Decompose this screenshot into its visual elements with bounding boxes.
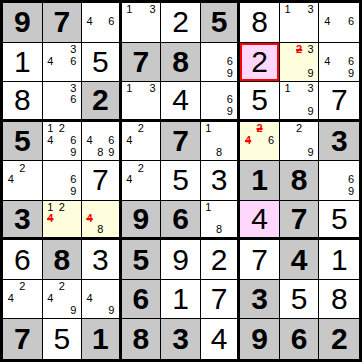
empty-candidate-slot (135, 146, 147, 158)
given-digit: 7 (172, 126, 189, 156)
candidate-digit: 4 (321, 16, 333, 28)
solved-digit: 5 (331, 204, 348, 234)
cell-r8c9[interactable]: 8 (319, 280, 359, 320)
cell-r8c7[interactable]: 3 (240, 280, 280, 320)
candidate-grid: 69 (321, 162, 357, 198)
candidate-grid: 246 (242, 123, 277, 159)
cell-r3c7[interactable]: 5 (240, 82, 280, 122)
cell-r8c4[interactable]: 6 (122, 280, 162, 320)
cell-r9c7[interactable]: 9 (240, 319, 280, 359)
cell-r4c8[interactable]: 29 (280, 122, 320, 162)
candidate-grid: 46 (321, 4, 357, 40)
empty-candidate-slot (106, 281, 117, 293)
cell-r9c2[interactable]: 5 (43, 319, 83, 359)
candidate-digit: 2 (17, 162, 29, 174)
cell-r2c7[interactable]: 2 (240, 43, 280, 83)
struck-candidate-digit: 4 (45, 213, 57, 224)
given-digit: 8 (291, 165, 308, 195)
cell-r8c6[interactable]: 7 (201, 280, 241, 320)
empty-candidate-slot (106, 202, 117, 213)
cell-r1c3[interactable]: 46 (82, 3, 122, 43)
empty-candidate-slot (254, 146, 266, 158)
solved-digit: 1 (14, 47, 31, 77)
cell-r8c3[interactable]: 49 (82, 280, 122, 320)
empty-candidate-slot (242, 146, 254, 158)
candidate-grid: 46 (84, 4, 117, 40)
empty-candidate-slot (224, 146, 235, 158)
empty-candidate-slot (333, 16, 345, 28)
cell-r7c5[interactable]: 9 (161, 240, 201, 280)
candidate-digit: 1 (282, 83, 294, 94)
cell-r4c2[interactable]: 12469 (43, 122, 83, 162)
empty-candidate-slot (224, 224, 235, 235)
empty-candidate-slot (147, 123, 159, 135)
solved-digit: 5 (291, 284, 308, 314)
cell-r6c3[interactable]: 48 (82, 201, 122, 241)
cell-r4c4[interactable]: 24 (122, 122, 162, 162)
cell-r9c3[interactable]: 1 (82, 319, 122, 359)
empty-candidate-slot (333, 4, 345, 16)
empty-candidate-slot (321, 28, 333, 40)
candidate-grid: 239 (282, 44, 317, 80)
empty-candidate-slot (5, 162, 17, 174)
empty-candidate-slot (293, 16, 305, 28)
given-digit: 3 (331, 126, 348, 156)
empty-candidate-slot (106, 213, 117, 224)
candidate-grid: 13 (282, 4, 317, 40)
empty-candidate-slot (68, 123, 80, 135)
cell-r6c5[interactable]: 6 (161, 201, 201, 241)
empty-candidate-slot (321, 174, 333, 186)
cell-r1c6[interactable]: 5 (201, 3, 241, 43)
cell-r7c7[interactable]: 7 (240, 240, 280, 280)
empty-candidate-slot (124, 162, 136, 174)
candidate-digit: 2 (17, 281, 29, 293)
cell-r8c1[interactable]: 24 (3, 280, 43, 320)
empty-candidate-slot (45, 146, 57, 158)
cell-r7c3[interactable]: 3 (82, 240, 122, 280)
empty-candidate-slot (45, 186, 57, 198)
empty-candidate-slot (203, 94, 214, 105)
empty-candidate-slot (45, 67, 57, 79)
solved-digit: 4 (251, 204, 268, 234)
cell-r4c6[interactable]: 18 (201, 122, 241, 162)
cell-r1c7[interactable]: 8 (240, 3, 280, 43)
empty-candidate-slot (84, 146, 95, 158)
empty-candidate-slot (265, 123, 277, 135)
cell-r3c8[interactable]: 139 (280, 82, 320, 122)
cell-r3c4[interactable]: 13 (122, 82, 162, 122)
solved-digit: 1 (172, 284, 189, 314)
empty-candidate-slot (293, 28, 305, 40)
empty-candidate-slot (135, 174, 147, 186)
given-digit: 3 (251, 284, 268, 314)
candidate-digit: 4 (45, 135, 57, 147)
candidate-digit: 6 (68, 55, 80, 67)
given-digit: 7 (14, 324, 31, 354)
empty-candidate-slot (106, 4, 117, 16)
struck-candidate-digit: 4 (242, 135, 254, 147)
empty-candidate-slot (203, 83, 214, 94)
candidate-grid: 13 (124, 4, 159, 40)
cell-r9c1[interactable]: 7 (3, 319, 43, 359)
cell-r4c5[interactable]: 7 (161, 122, 201, 162)
cell-r8c8[interactable]: 5 (280, 280, 320, 320)
empty-candidate-slot (68, 213, 80, 224)
given-digit: 4 (291, 245, 308, 275)
candidate-digit: 3 (305, 44, 317, 56)
empty-candidate-slot (17, 186, 29, 198)
candidate-digit: 8 (95, 146, 106, 158)
empty-candidate-slot (333, 186, 345, 198)
candidate-digit: 8 (214, 146, 225, 158)
cell-r5c5[interactable]: 5 (161, 161, 201, 201)
given-digit: 1 (251, 165, 268, 195)
empty-candidate-slot (147, 186, 159, 198)
empty-candidate-slot (95, 28, 106, 40)
empty-candidate-slot (17, 174, 29, 186)
cell-r6c1[interactable]: 3 (3, 201, 43, 241)
empty-candidate-slot (224, 44, 235, 56)
given-digit: 6 (172, 204, 189, 234)
cell-r4c1[interactable]: 5 (3, 122, 43, 162)
empty-candidate-slot (214, 55, 225, 67)
cell-r6c9[interactable]: 5 (319, 201, 359, 241)
empty-candidate-slot (135, 105, 147, 116)
empty-candidate-slot (254, 135, 266, 147)
empty-candidate-slot (17, 305, 29, 317)
candidate-digit: 2 (56, 123, 68, 135)
candidate-digit: 1 (124, 4, 136, 16)
empty-candidate-slot (147, 135, 159, 147)
empty-candidate-slot (68, 224, 80, 235)
candidate-digit: 4 (124, 174, 136, 186)
cell-r5c2[interactable]: 69 (43, 161, 83, 201)
given-digit: 7 (291, 204, 308, 234)
empty-candidate-slot (84, 28, 95, 40)
candidate-digit: 4 (124, 135, 136, 147)
empty-candidate-slot (224, 213, 235, 224)
empty-candidate-slot (293, 55, 305, 67)
candidate-digit: 3 (305, 83, 317, 94)
given-digit: 6 (291, 324, 308, 354)
empty-candidate-slot (56, 224, 68, 235)
cell-r2c6[interactable]: 69 (201, 43, 241, 83)
cell-r5c9[interactable]: 69 (319, 161, 359, 201)
empty-candidate-slot (293, 146, 305, 158)
cell-r7c9[interactable]: 1 (319, 240, 359, 280)
cell-r3c2[interactable]: 36 (43, 82, 83, 122)
empty-candidate-slot (321, 44, 333, 56)
candidate-digit: 1 (203, 202, 214, 213)
empty-candidate-slot (124, 16, 136, 28)
empty-candidate-slot (28, 305, 40, 317)
cell-r5c1[interactable]: 24 (3, 161, 43, 201)
candidate-digit: 2 (135, 162, 147, 174)
empty-candidate-slot (147, 105, 159, 116)
candidate-digit: 4 (45, 55, 57, 67)
empty-candidate-slot (203, 55, 214, 67)
candidate-digit: 1 (124, 83, 136, 94)
empty-candidate-slot (95, 123, 106, 135)
empty-candidate-slot (28, 281, 40, 293)
candidate-digit: 9 (305, 67, 317, 79)
empty-candidate-slot (282, 55, 294, 67)
cell-r8c2[interactable]: 249 (43, 280, 83, 320)
candidate-digit: 3 (68, 44, 80, 56)
cell-r2c9[interactable]: 469 (319, 43, 359, 83)
cell-r6c6[interactable]: 18 (201, 201, 241, 241)
cell-r6c4[interactable]: 9 (122, 201, 162, 241)
empty-candidate-slot (135, 135, 147, 147)
empty-candidate-slot (124, 28, 136, 40)
empty-candidate-slot (56, 55, 68, 67)
empty-candidate-slot (95, 293, 106, 305)
empty-candidate-slot (56, 293, 68, 305)
empty-candidate-slot (84, 305, 95, 317)
cell-r9c8[interactable]: 6 (280, 319, 320, 359)
empty-candidate-slot (293, 135, 305, 147)
solved-digit: 5 (172, 165, 189, 195)
candidate-grid: 4689 (84, 123, 117, 159)
empty-candidate-slot (68, 67, 80, 79)
empty-candidate-slot (135, 4, 147, 16)
cell-r1c4[interactable]: 13 (122, 3, 162, 43)
empty-candidate-slot (147, 28, 159, 40)
empty-candidate-slot (124, 146, 136, 158)
candidate-digit: 1 (45, 123, 57, 135)
given-digit: 3 (172, 324, 189, 354)
given-digit: 7 (53, 7, 70, 37)
empty-candidate-slot (56, 94, 68, 105)
cell-r7c4[interactable]: 5 (122, 240, 162, 280)
candidate-digit: 9 (106, 146, 117, 158)
candidate-digit: 8 (95, 224, 106, 235)
cell-r4c3[interactable]: 4689 (82, 122, 122, 162)
empty-candidate-slot (95, 16, 106, 28)
cell-r4c9[interactable]: 3 (319, 122, 359, 162)
cell-r5c8[interactable]: 8 (280, 161, 320, 201)
candidate-digit: 6 (224, 55, 235, 67)
empty-candidate-slot (224, 202, 235, 213)
cell-r3c3[interactable]: 2 (82, 82, 122, 122)
cell-r2c5[interactable]: 8 (161, 43, 201, 83)
empty-candidate-slot (293, 105, 305, 116)
cell-r7c8[interactable]: 4 (280, 240, 320, 280)
empty-candidate-slot (147, 174, 159, 186)
candidate-grid: 69 (45, 162, 80, 198)
empty-candidate-slot (45, 224, 57, 235)
empty-candidate-slot (5, 305, 17, 317)
cell-r9c5[interactable]: 3 (161, 319, 201, 359)
cell-r1c5[interactable]: 2 (161, 3, 201, 43)
cell-r7c2[interactable]: 8 (43, 240, 83, 280)
cell-r2c3[interactable]: 5 (82, 43, 122, 83)
cell-r1c1[interactable]: 9 (3, 3, 43, 43)
empty-candidate-slot (68, 162, 80, 174)
candidate-digit: 9 (305, 105, 317, 116)
empty-candidate-slot (333, 55, 345, 67)
given-digit: 7 (133, 47, 150, 77)
cell-r1c2[interactable]: 7 (43, 3, 83, 43)
empty-candidate-slot (214, 94, 225, 105)
cell-r7c1[interactable]: 6 (3, 240, 43, 280)
empty-candidate-slot (45, 94, 57, 105)
empty-candidate-slot (203, 213, 214, 224)
empty-candidate-slot (282, 28, 294, 40)
empty-candidate-slot (265, 146, 277, 158)
cell-r9c4[interactable]: 8 (122, 319, 162, 359)
candidate-digit: 4 (5, 293, 17, 305)
cell-r5c6[interactable]: 3 (201, 161, 241, 201)
empty-candidate-slot (214, 44, 225, 56)
candidate-digit: 9 (224, 105, 235, 116)
cell-r2c8[interactable]: 239 (280, 43, 320, 83)
empty-candidate-slot (242, 123, 254, 135)
empty-candidate-slot (333, 44, 345, 56)
candidate-digit: 9 (106, 305, 117, 317)
given-digit: 5 (211, 7, 228, 37)
candidate-digit: 6 (106, 135, 117, 147)
solved-digit: 2 (172, 7, 189, 37)
cell-r9c9[interactable]: 2 (319, 319, 359, 359)
empty-candidate-slot (224, 123, 235, 135)
empty-candidate-slot (124, 105, 136, 116)
empty-candidate-slot (203, 44, 214, 56)
empty-candidate-slot (203, 135, 214, 147)
cell-r1c8[interactable]: 13 (280, 3, 320, 43)
empty-candidate-slot (56, 83, 68, 94)
cell-r6c7[interactable]: 4 (240, 201, 280, 241)
empty-candidate-slot (321, 67, 333, 79)
candidate-digit: 9 (68, 186, 80, 198)
candidate-digit: 3 (147, 4, 159, 16)
empty-candidate-slot (224, 135, 235, 147)
solved-digit: 5 (53, 324, 70, 354)
candidate-grid: 18 (203, 123, 236, 159)
candidate-digit: 6 (224, 94, 235, 105)
cell-r3c5[interactable]: 4 (161, 82, 201, 122)
empty-candidate-slot (147, 16, 159, 28)
solved-digit: 2 (211, 245, 228, 275)
solved-digit: 5 (251, 85, 268, 115)
empty-candidate-slot (45, 162, 57, 174)
empty-candidate-slot (106, 224, 117, 235)
cell-r5c3[interactable]: 7 (82, 161, 122, 201)
solved-digit: 4 (211, 324, 228, 354)
empty-candidate-slot (124, 123, 136, 135)
candidate-digit: 9 (345, 67, 357, 79)
cell-r6c2[interactable]: 124 (43, 201, 83, 241)
candidate-grid: 18 (203, 202, 236, 236)
empty-candidate-slot (333, 67, 345, 79)
solved-digit: 3 (211, 165, 228, 195)
candidate-grid: 139 (282, 83, 317, 117)
candidate-digit: 9 (224, 67, 235, 79)
cell-r2c1[interactable]: 1 (3, 43, 43, 83)
empty-candidate-slot (305, 55, 317, 67)
empty-candidate-slot (214, 135, 225, 147)
empty-candidate-slot (135, 186, 147, 198)
candidate-digit: 6 (106, 16, 117, 28)
empty-candidate-slot (5, 281, 17, 293)
cell-r4c7[interactable]: 246 (240, 122, 280, 162)
candidate-grid: 69 (203, 44, 236, 80)
cell-r5c4[interactable]: 24 (122, 161, 162, 201)
candidate-digit: 8 (214, 224, 225, 235)
struck-candidate-digit: 2 (254, 123, 266, 135)
empty-candidate-slot (45, 305, 57, 317)
cell-r2c2[interactable]: 346 (43, 43, 83, 83)
empty-candidate-slot (203, 146, 214, 158)
empty-candidate-slot (282, 123, 294, 135)
empty-candidate-slot (282, 135, 294, 147)
cell-r3c1[interactable]: 8 (3, 82, 43, 122)
cell-r8c5[interactable]: 1 (161, 280, 201, 320)
empty-candidate-slot (214, 202, 225, 213)
cell-r3c9[interactable]: 7 (319, 82, 359, 122)
empty-candidate-slot (282, 146, 294, 158)
given-digit: 1 (92, 324, 109, 354)
empty-candidate-slot (45, 281, 57, 293)
given-digit: 2 (92, 85, 109, 115)
candidate-digit: 6 (345, 16, 357, 28)
candidate-grid: 469 (321, 44, 357, 80)
given-digit: 3 (14, 204, 31, 234)
candidate-digit: 6 (345, 55, 357, 67)
empty-candidate-slot (124, 186, 136, 198)
candidate-digit: 6 (345, 174, 357, 186)
candidate-digit: 4 (5, 174, 17, 186)
cell-r6c8[interactable]: 7 (280, 201, 320, 241)
empty-candidate-slot (214, 67, 225, 79)
candidate-grid: 69 (203, 83, 236, 117)
empty-candidate-slot (214, 123, 225, 135)
empty-candidate-slot (305, 123, 317, 135)
candidate-digit: 9 (68, 305, 80, 317)
empty-candidate-slot (84, 281, 95, 293)
solved-digit: 2 (251, 47, 268, 77)
empty-candidate-slot (106, 28, 117, 40)
cell-r9c6[interactable]: 4 (201, 319, 241, 359)
cell-r2c4[interactable]: 7 (122, 43, 162, 83)
empty-candidate-slot (45, 105, 57, 116)
empty-candidate-slot (305, 94, 317, 105)
empty-candidate-slot (56, 105, 68, 116)
candidate-digit: 3 (305, 4, 317, 16)
empty-candidate-slot (293, 94, 305, 105)
candidate-grid: 48 (84, 202, 117, 236)
candidate-digit: 4 (321, 55, 333, 67)
empty-candidate-slot (333, 28, 345, 40)
empty-candidate-slot (293, 67, 305, 79)
candidate-digit: 9 (305, 146, 317, 158)
candidate-digit: 3 (147, 83, 159, 94)
empty-candidate-slot (305, 28, 317, 40)
empty-candidate-slot (282, 44, 294, 56)
empty-candidate-slot (214, 105, 225, 116)
cell-r1c9[interactable]: 46 (319, 3, 359, 43)
empty-candidate-slot (45, 174, 57, 186)
candidate-grid: 13 (124, 83, 159, 117)
cell-r3c6[interactable]: 69 (201, 82, 241, 122)
empty-candidate-slot (56, 67, 68, 79)
candidate-digit: 4 (84, 16, 95, 28)
candidate-digit: 4 (45, 293, 57, 305)
cell-r7c6[interactable]: 2 (201, 240, 241, 280)
struck-candidate-digit: 4 (84, 213, 95, 224)
cell-r5c7[interactable]: 1 (240, 161, 280, 201)
